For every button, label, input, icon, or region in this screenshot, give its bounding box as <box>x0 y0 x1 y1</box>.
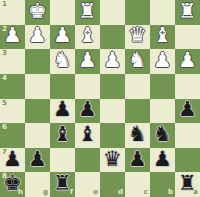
piece-black-pawn[interactable]: ♟ <box>3 149 22 170</box>
piece-black-knight[interactable]: ♞ <box>153 124 172 145</box>
square-e2[interactable]: ♝ <box>75 25 100 50</box>
square-d2[interactable] <box>100 25 125 50</box>
square-e3[interactable]: ♟ <box>75 49 100 74</box>
piece-black-pawn[interactable]: ♟ <box>28 149 47 170</box>
square-e4[interactable] <box>75 74 100 99</box>
piece-white-pawn[interactable]: ♟ <box>3 25 22 46</box>
piece-white-pawn[interactable]: ♟ <box>53 25 72 46</box>
square-b4[interactable] <box>150 74 175 99</box>
square-f8[interactable]: f♜ <box>50 172 75 197</box>
piece-black-pawn[interactable]: ♟ <box>78 99 97 120</box>
piece-black-queen[interactable]: ♛ <box>103 149 122 170</box>
piece-white-pawn[interactable]: ♟ <box>78 50 97 71</box>
square-c2[interactable]: ♛ <box>125 25 150 50</box>
square-h8[interactable]: 8h♚ <box>0 172 25 197</box>
square-h5[interactable]: 5 <box>0 99 25 124</box>
square-f5[interactable]: ♟ <box>50 99 75 124</box>
square-b3[interactable]: ♟ <box>150 49 175 74</box>
square-a3[interactable]: ♟ <box>175 49 200 74</box>
square-c8[interactable]: c <box>125 172 150 197</box>
square-e1[interactable]: ♜ <box>75 0 100 25</box>
square-d1[interactable] <box>100 0 125 25</box>
piece-white-bishop[interactable]: ♝ <box>153 25 172 46</box>
square-c4[interactable] <box>125 74 150 99</box>
square-d3[interactable]: ♟ <box>100 49 125 74</box>
piece-white-pawn[interactable]: ♟ <box>103 50 122 71</box>
file-label-b: b <box>168 188 173 197</box>
square-a7[interactable] <box>175 148 200 173</box>
piece-black-rook[interactable]: ♜ <box>53 173 72 194</box>
square-c3[interactable]: ♞ <box>125 49 150 74</box>
square-b7[interactable]: ♟ <box>150 148 175 173</box>
piece-black-king[interactable]: ♚ <box>3 173 22 194</box>
square-a8[interactable]: a♜ <box>175 172 200 197</box>
file-label-g: g <box>43 188 48 197</box>
file-label-c: c <box>144 188 148 197</box>
rank-label-1: 1 <box>2 0 7 9</box>
square-d7[interactable]: ♛ <box>100 148 125 173</box>
piece-white-rook[interactable]: ♜ <box>78 1 97 22</box>
square-g6[interactable] <box>25 123 50 148</box>
square-c7[interactable]: ♟ <box>125 148 150 173</box>
chess-board: 1♚♜♜2♟♟♟♝♛♝3♞♟♟♞♟♟45♟♟♟6♝♝♞♞7♟♟♛♟♟8h♚gf♜… <box>0 0 200 197</box>
piece-white-bishop[interactable]: ♝ <box>78 25 97 46</box>
rank-label-5: 5 <box>2 99 7 108</box>
square-d5[interactable] <box>100 99 125 124</box>
file-label-d: d <box>118 188 123 197</box>
square-g2[interactable]: ♟ <box>25 25 50 50</box>
square-d6[interactable] <box>100 123 125 148</box>
square-a1[interactable]: ♜ <box>175 0 200 25</box>
piece-black-pawn[interactable]: ♟ <box>153 149 172 170</box>
square-g8[interactable]: g <box>25 172 50 197</box>
piece-white-pawn[interactable]: ♟ <box>28 25 47 46</box>
square-h7[interactable]: 7♟ <box>0 148 25 173</box>
square-g1[interactable]: ♚ <box>25 0 50 25</box>
rank-label-6: 6 <box>2 123 7 132</box>
square-h2[interactable]: 2♟ <box>0 25 25 50</box>
square-c6[interactable]: ♞ <box>125 123 150 148</box>
square-e7[interactable] <box>75 148 100 173</box>
square-a6[interactable] <box>175 123 200 148</box>
square-a5[interactable]: ♟ <box>175 99 200 124</box>
piece-white-pawn[interactable]: ♟ <box>153 50 172 71</box>
piece-white-king[interactable]: ♚ <box>28 1 47 22</box>
square-f7[interactable] <box>50 148 75 173</box>
piece-white-queen[interactable]: ♛ <box>128 25 147 46</box>
piece-black-knight[interactable]: ♞ <box>128 124 147 145</box>
square-f3[interactable]: ♞ <box>50 49 75 74</box>
file-label-e: e <box>93 188 98 197</box>
square-g3[interactable] <box>25 49 50 74</box>
piece-white-pawn[interactable]: ♟ <box>178 50 197 71</box>
square-b2[interactable]: ♝ <box>150 25 175 50</box>
square-c1[interactable] <box>125 0 150 25</box>
square-f2[interactable]: ♟ <box>50 25 75 50</box>
piece-black-bishop[interactable]: ♝ <box>78 124 97 145</box>
piece-black-rook[interactable]: ♜ <box>178 173 197 194</box>
square-e8[interactable]: e <box>75 172 100 197</box>
piece-white-knight[interactable]: ♞ <box>53 50 72 71</box>
square-h1[interactable]: 1 <box>0 0 25 25</box>
square-g5[interactable] <box>25 99 50 124</box>
square-b5[interactable] <box>150 99 175 124</box>
piece-black-pawn[interactable]: ♟ <box>53 99 72 120</box>
piece-black-bishop[interactable]: ♝ <box>53 124 72 145</box>
piece-white-knight[interactable]: ♞ <box>128 50 147 71</box>
piece-white-rook[interactable]: ♜ <box>178 1 197 22</box>
square-b8[interactable]: b <box>150 172 175 197</box>
square-c5[interactable] <box>125 99 150 124</box>
square-f1[interactable] <box>50 0 75 25</box>
square-g4[interactable] <box>25 74 50 99</box>
square-e6[interactable]: ♝ <box>75 123 100 148</box>
square-h4[interactable]: 4 <box>0 74 25 99</box>
piece-black-pawn[interactable]: ♟ <box>178 99 197 120</box>
square-a4[interactable] <box>175 74 200 99</box>
square-b6[interactable]: ♞ <box>150 123 175 148</box>
square-h6[interactable]: 6 <box>0 123 25 148</box>
square-f4[interactable] <box>50 74 75 99</box>
piece-black-pawn[interactable]: ♟ <box>128 149 147 170</box>
square-d4[interactable] <box>100 74 125 99</box>
square-h3[interactable]: 3 <box>0 49 25 74</box>
square-g7[interactable]: ♟ <box>25 148 50 173</box>
square-a2[interactable] <box>175 25 200 50</box>
square-b1[interactable] <box>150 0 175 25</box>
rank-label-3: 3 <box>2 49 7 58</box>
square-e5[interactable]: ♟ <box>75 99 100 124</box>
square-f6[interactable]: ♝ <box>50 123 75 148</box>
square-d8[interactable]: d <box>100 172 125 197</box>
rank-label-4: 4 <box>2 74 7 83</box>
